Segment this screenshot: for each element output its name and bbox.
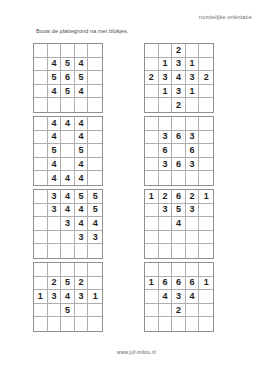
grid-cell-empty	[34, 71, 48, 85]
grid-cell-empty	[145, 231, 159, 245]
grid-cell-number: 4	[75, 204, 89, 218]
puzzle-grid-6: 126213534	[144, 189, 214, 259]
grid-cell-empty	[145, 85, 159, 99]
grid-cell-empty	[34, 158, 48, 172]
grid-cell-empty	[145, 158, 159, 172]
grid-cell-empty	[34, 44, 48, 58]
grid-cell-number: 3	[75, 290, 89, 304]
grid-cell-empty	[34, 144, 48, 158]
grid-cell-number: 4	[48, 117, 62, 131]
grid-cell-empty	[145, 44, 159, 58]
grid-cell-empty	[159, 98, 173, 112]
grid-cell-number: 5	[48, 144, 62, 158]
puzzle-grid-3: 444445544444	[33, 116, 103, 186]
grid-cell-empty	[34, 190, 48, 204]
grid-cell-number: 3	[48, 204, 62, 218]
grid-cell-empty	[199, 231, 213, 245]
grid-cell-number: 3	[88, 231, 102, 245]
grid-cell-number: 3	[186, 131, 200, 145]
grid-cell-empty	[48, 98, 62, 112]
grid-cell-number: 2	[172, 44, 186, 58]
grid-cell-number: 1	[199, 277, 213, 291]
grid-cell-empty	[88, 158, 102, 172]
grid-cell-number: 4	[186, 290, 200, 304]
grid-cell-empty	[159, 217, 173, 231]
grid-cell-number: 1	[186, 58, 200, 72]
grid-cell-empty	[186, 117, 200, 131]
grid-cell-empty	[34, 204, 48, 218]
grid-cell-number: 4	[48, 85, 62, 99]
grid-cell-empty	[145, 244, 159, 258]
grid-cell-number: 6	[172, 131, 186, 145]
grid-cell-number: 4	[75, 131, 89, 145]
grid-cell-empty	[199, 158, 213, 172]
grids-container: 4545654542131234321312444445544444363663…	[33, 43, 214, 332]
grid-cell-number: 3	[48, 290, 62, 304]
grid-cell-number: 3	[172, 290, 186, 304]
grid-cell-empty	[159, 117, 173, 131]
grid-cell-number: 3	[159, 204, 173, 218]
grid-cell-empty	[75, 263, 89, 277]
grid-cell-empty	[199, 290, 213, 304]
grid-cell-number: 2	[172, 98, 186, 112]
grid-cell-empty	[199, 85, 213, 99]
grid-cell-empty	[88, 244, 102, 258]
grid-cell-number: 5	[61, 304, 75, 318]
grid-cell-empty	[199, 58, 213, 72]
grid-cell-number: 3	[75, 231, 89, 245]
grid-cell-number: 3	[186, 71, 200, 85]
grid-cell-number: 1	[145, 277, 159, 291]
grid-cell-empty	[186, 231, 200, 245]
grid-cell-number: 1	[186, 85, 200, 99]
grid-cell-empty	[75, 98, 89, 112]
grid-cell-empty	[48, 44, 62, 58]
worksheet-page: ruimtelijke oriëntatie Bouw de plattegro…	[0, 0, 273, 372]
grid-cell-number: 6	[172, 158, 186, 172]
grid-cell-empty	[34, 277, 48, 291]
grid-cell-empty	[159, 263, 173, 277]
grid-cell-number: 4	[159, 290, 173, 304]
grid-cell-number: 1	[199, 190, 213, 204]
grid-cell-empty	[199, 317, 213, 331]
grid-cell-empty	[159, 171, 173, 185]
grid-cell-empty	[199, 131, 213, 145]
grid-cell-empty	[88, 117, 102, 131]
grid-cell-empty	[199, 171, 213, 185]
grid-cell-empty	[172, 171, 186, 185]
puzzle-grid-1: 454565454	[33, 43, 103, 113]
grid-cell-empty	[172, 317, 186, 331]
grid-cell-number: 2	[48, 277, 62, 291]
grid-cell-empty	[48, 217, 62, 231]
grid-cell-empty	[34, 244, 48, 258]
grid-cell-empty	[88, 131, 102, 145]
grid-cell-number: 3	[159, 71, 173, 85]
puzzle-grid-4: 36366363	[144, 116, 214, 186]
grid-cell-empty	[186, 217, 200, 231]
grid-cell-number: 1	[159, 58, 173, 72]
grid-cell-number: 5	[61, 277, 75, 291]
grid-cell-number: 2	[199, 71, 213, 85]
grid-cell-empty	[186, 304, 200, 318]
grid-cell-number: 4	[48, 171, 62, 185]
worksheet-category-label: ruimtelijke oriëntatie	[199, 14, 252, 20]
grid-cell-empty	[75, 317, 89, 331]
grid-cell-number: 4	[61, 204, 75, 218]
grid-cell-empty	[145, 58, 159, 72]
grid-cell-empty	[88, 144, 102, 158]
grid-cell-empty	[34, 263, 48, 277]
grid-cell-empty	[34, 58, 48, 72]
grid-cell-empty	[48, 304, 62, 318]
grid-cell-number: 3	[61, 217, 75, 231]
grid-cell-empty	[199, 304, 213, 318]
grid-cell-empty	[172, 263, 186, 277]
grid-cell-empty	[145, 98, 159, 112]
grid-cell-number: 5	[88, 190, 102, 204]
grid-cell-number: 4	[75, 171, 89, 185]
grid-cell-empty	[61, 158, 75, 172]
grid-cell-empty	[159, 304, 173, 318]
puzzle-grid-7: 252134315	[33, 262, 103, 332]
grid-cell-empty	[61, 263, 75, 277]
grid-cell-number: 3	[186, 158, 200, 172]
grid-cell-number: 4	[75, 85, 89, 99]
grid-cell-empty	[88, 44, 102, 58]
grid-cell-number: 1	[145, 190, 159, 204]
grid-cell-empty	[48, 244, 62, 258]
grid-cell-empty	[75, 244, 89, 258]
grid-cell-number: 6	[159, 277, 173, 291]
grid-cell-empty	[88, 304, 102, 318]
grid-cell-empty	[172, 244, 186, 258]
grid-cell-empty	[172, 117, 186, 131]
grid-cell-empty	[88, 71, 102, 85]
grid-cell-empty	[145, 171, 159, 185]
grid-cell-number: 6	[61, 71, 75, 85]
grid-cell-number: 4	[75, 158, 89, 172]
grid-cell-number: 4	[61, 117, 75, 131]
grid-cell-empty	[34, 171, 48, 185]
grid-cell-number: 5	[61, 85, 75, 99]
grid-cell-number: 4	[75, 117, 89, 131]
grid-cell-empty	[159, 231, 173, 245]
grid-cell-number: 5	[88, 204, 102, 218]
grid-cell-empty	[61, 244, 75, 258]
grid-cell-number: 5	[61, 58, 75, 72]
grid-cell-empty	[48, 317, 62, 331]
grid-cell-empty	[145, 290, 159, 304]
grid-cell-empty	[88, 277, 102, 291]
grid-cell-number: 4	[61, 190, 75, 204]
grid-cell-empty	[88, 98, 102, 112]
grid-cell-empty	[75, 304, 89, 318]
grid-cell-empty	[61, 44, 75, 58]
grid-cell-number: 4	[61, 171, 75, 185]
website-footer: www.juf-milou.nl	[0, 349, 273, 355]
grid-cell-empty	[199, 44, 213, 58]
grid-cell-number: 4	[88, 217, 102, 231]
grid-cell-number: 1	[88, 290, 102, 304]
grid-cell-empty	[186, 244, 200, 258]
grid-cell-empty	[61, 98, 75, 112]
grid-cell-empty	[75, 44, 89, 58]
grid-cell-empty	[199, 98, 213, 112]
grid-cell-number: 3	[172, 85, 186, 99]
grid-cell-empty	[159, 317, 173, 331]
grid-cell-empty	[186, 263, 200, 277]
grid-cell-empty	[199, 204, 213, 218]
grid-cell-empty	[88, 171, 102, 185]
grid-cell-empty	[61, 144, 75, 158]
grid-cell-number: 5	[75, 71, 89, 85]
grid-cell-empty	[61, 231, 75, 245]
grid-cell-empty	[34, 304, 48, 318]
grid-cell-number: 5	[172, 204, 186, 218]
grid-cell-number: 4	[48, 158, 62, 172]
grid-cell-empty	[48, 231, 62, 245]
puzzle-grid-8: 166614342	[144, 262, 214, 332]
grid-cell-number: 4	[172, 217, 186, 231]
grid-cell-empty	[145, 131, 159, 145]
grid-cell-number: 4	[75, 58, 89, 72]
grid-cell-empty	[199, 217, 213, 231]
grid-cell-empty	[159, 244, 173, 258]
grid-cell-empty	[88, 317, 102, 331]
puzzle-grid-2: 2131234321312	[144, 43, 214, 113]
grid-cell-number: 6	[172, 277, 186, 291]
grid-cell-empty	[48, 263, 62, 277]
grid-cell-number: 6	[172, 190, 186, 204]
grid-cell-empty	[145, 317, 159, 331]
grid-cell-empty	[34, 98, 48, 112]
grid-cell-empty	[186, 171, 200, 185]
grid-cell-number: 6	[186, 144, 200, 158]
grid-cell-empty	[145, 217, 159, 231]
grid-cell-empty	[172, 144, 186, 158]
grid-cell-empty	[145, 204, 159, 218]
grid-cell-empty	[159, 44, 173, 58]
grid-cell-number: 4	[48, 131, 62, 145]
grid-cell-empty	[61, 317, 75, 331]
grid-cell-number: 3	[159, 131, 173, 145]
grid-cell-number: 2	[186, 190, 200, 204]
grid-cell-number: 4	[48, 58, 62, 72]
grid-cell-number: 5	[48, 71, 62, 85]
grid-cell-number: 2	[172, 304, 186, 318]
grid-cell-number: 3	[48, 190, 62, 204]
grid-cell-number: 1	[159, 85, 173, 99]
grid-cell-number: 6	[159, 144, 173, 158]
grid-cell-number: 1	[34, 290, 48, 304]
grid-cell-empty	[34, 231, 48, 245]
grid-cell-empty	[34, 131, 48, 145]
grid-cell-number: 3	[186, 204, 200, 218]
grid-cell-empty	[145, 263, 159, 277]
grid-cell-number: 6	[186, 277, 200, 291]
grid-cell-empty	[34, 117, 48, 131]
grid-cell-empty	[88, 85, 102, 99]
grid-cell-empty	[199, 117, 213, 131]
grid-cell-empty	[88, 263, 102, 277]
grid-cell-empty	[34, 217, 48, 231]
grid-cell-number: 4	[172, 71, 186, 85]
grid-cell-number: 2	[145, 71, 159, 85]
grid-cell-number: 3	[159, 158, 173, 172]
grid-cell-number: 5	[75, 190, 89, 204]
grid-cell-number: 4	[75, 217, 89, 231]
grid-cell-empty	[186, 44, 200, 58]
grid-cell-number: 5	[75, 144, 89, 158]
grid-cell-number: 2	[75, 277, 89, 291]
grid-cell-empty	[186, 317, 200, 331]
grid-cell-empty	[61, 131, 75, 145]
instruction-text: Bouw de plattegrond na met blokjes.	[36, 28, 128, 34]
grid-cell-empty	[172, 231, 186, 245]
grid-cell-empty	[199, 244, 213, 258]
grid-cell-number: 2	[159, 190, 173, 204]
grid-cell-number: 4	[61, 290, 75, 304]
grid-cell-empty	[145, 304, 159, 318]
grid-cell-empty	[199, 144, 213, 158]
grid-cell-empty	[145, 144, 159, 158]
grid-cell-empty	[145, 117, 159, 131]
grid-cell-empty	[34, 85, 48, 99]
grid-cell-empty	[186, 98, 200, 112]
grid-cell-empty	[199, 263, 213, 277]
grid-cell-empty	[88, 58, 102, 72]
puzzle-grid-5: 3455344534433	[33, 189, 103, 259]
grid-cell-empty	[34, 317, 48, 331]
grid-cell-number: 3	[172, 58, 186, 72]
